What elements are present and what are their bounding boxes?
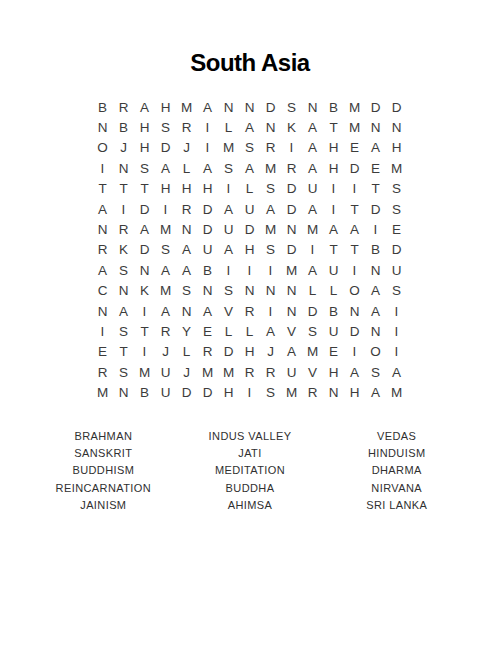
grid-cell[interactable]: I xyxy=(239,382,260,402)
grid-cell[interactable]: I xyxy=(302,240,323,260)
grid-cell[interactable]: A xyxy=(302,117,323,137)
grid-cell[interactable]: L xyxy=(176,158,197,178)
grid-cell[interactable]: U xyxy=(323,260,344,280)
grid-cell[interactable]: U xyxy=(281,362,302,382)
grid-cell[interactable]: B xyxy=(92,97,113,117)
grid-cell[interactable]: T xyxy=(113,342,134,362)
grid-cell[interactable]: D xyxy=(386,97,407,117)
grid-cell[interactable]: B xyxy=(113,117,134,137)
grid-cell[interactable]: H xyxy=(239,240,260,260)
grid-cell[interactable]: K xyxy=(113,240,134,260)
grid-cell[interactable]: S xyxy=(113,260,134,280)
grid-cell[interactable]: R xyxy=(176,117,197,137)
grid-cell[interactable]: I xyxy=(323,199,344,219)
word-list-item: BUDDHISM xyxy=(30,462,177,479)
grid-cell[interactable]: S xyxy=(302,321,323,341)
grid-cell[interactable]: T xyxy=(134,321,155,341)
grid-cell[interactable]: I xyxy=(218,179,239,199)
grid-cell[interactable]: I xyxy=(344,179,365,199)
grid-cell[interactable]: L xyxy=(218,117,239,137)
grid-cell[interactable]: I xyxy=(365,219,386,239)
grid-cell[interactable]: D xyxy=(197,382,218,402)
grid-cell[interactable]: I xyxy=(260,301,281,321)
grid-cell[interactable]: I xyxy=(134,301,155,321)
grid-cell[interactable]: A xyxy=(365,301,386,321)
grid-cell[interactable]: S xyxy=(176,281,197,301)
grid-cell[interactable]: H xyxy=(134,138,155,158)
grid-cell[interactable]: I xyxy=(155,199,176,219)
word-list-item: BUDDHA xyxy=(177,480,324,497)
grid-cell[interactable]: R xyxy=(113,97,134,117)
grid-cell[interactable]: D xyxy=(365,199,386,219)
grid-cell[interactable]: O xyxy=(365,342,386,362)
grid-cell[interactable]: D xyxy=(281,240,302,260)
grid-cell[interactable]: A xyxy=(155,301,176,321)
grid-cell[interactable]: D xyxy=(281,179,302,199)
grid-cell[interactable]: A xyxy=(302,260,323,280)
grid-cell[interactable]: I xyxy=(386,301,407,321)
grid-cell[interactable]: I xyxy=(323,179,344,199)
grid-cell[interactable]: A xyxy=(197,97,218,117)
grid-cell[interactable]: N xyxy=(197,281,218,301)
grid-cell[interactable]: R xyxy=(302,382,323,402)
grid-cell[interactable]: V xyxy=(302,362,323,382)
grid-cell[interactable]: S xyxy=(260,382,281,402)
grid-cell[interactable]: A xyxy=(92,260,113,280)
grid-cell[interactable]: M xyxy=(386,382,407,402)
grid-cell[interactable]: N xyxy=(113,382,134,402)
grid-cell[interactable]: S xyxy=(386,179,407,199)
grid-cell[interactable]: S xyxy=(218,281,239,301)
grid-cell[interactable]: A xyxy=(365,281,386,301)
grid-cell[interactable]: N xyxy=(113,281,134,301)
grid-cell[interactable]: D xyxy=(134,199,155,219)
grid-cell[interactable]: N xyxy=(365,321,386,341)
grid-cell[interactable]: N xyxy=(344,301,365,321)
grid-cell[interactable]: N xyxy=(281,281,302,301)
grid-cell[interactable]: A xyxy=(302,158,323,178)
grid-cell[interactable]: U xyxy=(386,260,407,280)
grid-cell[interactable]: N xyxy=(176,219,197,239)
grid-cell[interactable]: K xyxy=(134,281,155,301)
grid-cell[interactable]: H xyxy=(218,382,239,402)
grid-cell[interactable]: R xyxy=(155,321,176,341)
grid-cell[interactable]: A xyxy=(134,97,155,117)
word-search-page: South Asia BRAHMANNDSNBMDDNBHSRILANKATMN… xyxy=(0,0,500,647)
grid-cell[interactable]: T xyxy=(344,240,365,260)
grid-cell[interactable]: D xyxy=(239,219,260,239)
grid-cell[interactable]: M xyxy=(260,158,281,178)
grid-cell[interactable]: H xyxy=(239,342,260,362)
grid-cell[interactable]: S xyxy=(386,199,407,219)
grid-cell[interactable]: B xyxy=(134,382,155,402)
grid-cell[interactable]: R xyxy=(281,158,302,178)
grid-cell[interactable]: A xyxy=(239,117,260,137)
grid-cell[interactable]: I xyxy=(134,342,155,362)
grid-cell[interactable]: A xyxy=(260,321,281,341)
word-list-column: VEDASHINDUISMDHARMANIRVANASRI LANKA xyxy=(323,428,470,514)
grid-cell[interactable]: I xyxy=(386,321,407,341)
grid-cell[interactable]: S xyxy=(134,158,155,178)
grid-cell[interactable]: U xyxy=(323,321,344,341)
grid-cell[interactable]: H xyxy=(155,97,176,117)
grid-cell[interactable]: U xyxy=(218,219,239,239)
grid-cell[interactable]: S xyxy=(155,117,176,137)
grid-cell[interactable]: T xyxy=(113,179,134,199)
grid-cell[interactable]: A xyxy=(365,138,386,158)
grid-cell[interactable]: J xyxy=(113,138,134,158)
grid-cell[interactable]: R xyxy=(239,362,260,382)
grid-cell[interactable]: U xyxy=(239,199,260,219)
grid-cell[interactable]: A xyxy=(302,199,323,219)
grid-cell[interactable]: B xyxy=(323,301,344,321)
grid-cell[interactable]: M xyxy=(155,281,176,301)
grid-cell[interactable]: M xyxy=(155,219,176,239)
grid-cell[interactable]: D xyxy=(302,301,323,321)
grid-cell[interactable]: D xyxy=(344,158,365,178)
grid-cell[interactable]: A xyxy=(113,301,134,321)
grid-cell[interactable]: N xyxy=(260,281,281,301)
grid-cell[interactable]: I xyxy=(113,199,134,219)
grid-cell[interactable]: A xyxy=(386,362,407,382)
grid-cell[interactable]: M xyxy=(134,362,155,382)
grid-cell[interactable]: A xyxy=(155,158,176,178)
grid-cell[interactable]: M xyxy=(302,219,323,239)
grid-cell[interactable]: I xyxy=(239,260,260,280)
letter-grid: BRAHMANNDSNBMDDNBHSRILANKATMNNOJHDJIMSRI… xyxy=(92,97,407,403)
grid-cell[interactable]: J xyxy=(155,342,176,362)
word-list-item: REINCARNATION xyxy=(30,480,177,497)
grid-cell[interactable]: I xyxy=(260,260,281,280)
grid-cell[interactable]: U xyxy=(197,240,218,260)
grid-cell[interactable]: E xyxy=(197,321,218,341)
grid-cell[interactable]: A xyxy=(281,342,302,362)
grid-cell[interactable]: S xyxy=(113,321,134,341)
grid-cell[interactable]: M xyxy=(281,382,302,402)
grid-cell[interactable]: N xyxy=(176,301,197,321)
grid-cell[interactable]: R xyxy=(92,362,113,382)
grid-cell[interactable]: A xyxy=(134,219,155,239)
grid-cell[interactable]: M xyxy=(218,362,239,382)
grid-cell[interactable]: K xyxy=(281,117,302,137)
grid-cell[interactable]: J xyxy=(176,138,197,158)
grid-cell[interactable]: C xyxy=(92,281,113,301)
word-list-item: JATI xyxy=(177,445,324,462)
grid-cell[interactable]: A xyxy=(218,240,239,260)
word-list-item: SANSKRIT xyxy=(30,445,177,462)
grid-cell[interactable]: T xyxy=(134,179,155,199)
grid-cell[interactable]: D xyxy=(281,199,302,219)
grid-cell[interactable]: A xyxy=(197,158,218,178)
grid-cell[interactable]: A xyxy=(344,362,365,382)
grid-cell[interactable]: M xyxy=(281,260,302,280)
grid-cell[interactable]: A xyxy=(176,260,197,280)
grid-cell[interactable]: R xyxy=(260,138,281,158)
word-list-item: SRI LANKA xyxy=(323,497,470,514)
grid-cell[interactable]: H xyxy=(323,138,344,158)
grid-cell[interactable]: S xyxy=(239,138,260,158)
grid-cell[interactable]: D xyxy=(134,240,155,260)
grid-cell[interactable]: A xyxy=(323,219,344,239)
grid-cell[interactable]: J xyxy=(176,362,197,382)
grid-cell[interactable]: H xyxy=(344,382,365,402)
grid-cell[interactable]: N xyxy=(302,97,323,117)
grid-cell[interactable]: A xyxy=(176,240,197,260)
grid-cell[interactable]: L xyxy=(239,321,260,341)
grid-cell[interactable]: A xyxy=(239,158,260,178)
grid-cell[interactable]: N xyxy=(281,219,302,239)
grid-cell[interactable]: B xyxy=(197,260,218,280)
grid-cell[interactable]: N xyxy=(134,260,155,280)
grid-cell[interactable]: I xyxy=(218,260,239,280)
grid-cell[interactable]: L xyxy=(239,179,260,199)
grid-cell[interactable]: E xyxy=(344,138,365,158)
puzzle-title: South Asia xyxy=(0,51,500,75)
grid-cell[interactable]: R xyxy=(260,362,281,382)
grid-cell[interactable]: N xyxy=(260,117,281,137)
grid-cell[interactable]: I xyxy=(386,342,407,362)
grid-cell[interactable]: M xyxy=(344,117,365,137)
grid-cell[interactable]: M xyxy=(218,138,239,158)
word-list-column: BRAHMANSANSKRITBUDDHISMREINCARNATIONJAIN… xyxy=(30,428,177,514)
grid-cell[interactable]: D xyxy=(197,199,218,219)
word-list-item: AHIMSA xyxy=(177,497,324,514)
word-list-item: NIRVANA xyxy=(323,480,470,497)
grid-cell[interactable]: S xyxy=(260,240,281,260)
grid-cell[interactable]: E xyxy=(386,219,407,239)
grid-cell[interactable]: D xyxy=(197,219,218,239)
word-list-item: BRAHMAN xyxy=(30,428,177,445)
grid-cell[interactable]: H xyxy=(197,179,218,199)
grid-cell[interactable]: S xyxy=(218,158,239,178)
grid-cell[interactable]: I xyxy=(281,138,302,158)
grid-cell[interactable]: N xyxy=(92,301,113,321)
grid-cell[interactable]: N xyxy=(239,281,260,301)
grid-cell[interactable]: D xyxy=(260,97,281,117)
grid-cell[interactable]: N xyxy=(365,117,386,137)
grid-cell[interactable]: S xyxy=(155,240,176,260)
grid-cell[interactable]: M xyxy=(176,97,197,117)
grid-cell[interactable]: M xyxy=(344,97,365,117)
grid-cell[interactable]: T xyxy=(323,117,344,137)
grid-cell[interactable]: L xyxy=(218,321,239,341)
word-list-item: VEDAS xyxy=(323,428,470,445)
grid-cell[interactable]: H xyxy=(323,362,344,382)
grid-cell[interactable]: D xyxy=(176,382,197,402)
grid-cell[interactable]: J xyxy=(260,342,281,362)
grid-cell[interactable]: L xyxy=(323,281,344,301)
grid-cell[interactable]: A xyxy=(344,219,365,239)
grid-cell[interactable]: A xyxy=(155,260,176,280)
grid-cell[interactable]: R xyxy=(113,219,134,239)
grid-cell[interactable]: N xyxy=(92,117,113,137)
grid-cell[interactable]: I xyxy=(344,342,365,362)
grid-cell[interactable]: Y xyxy=(176,321,197,341)
grid-cell[interactable]: S xyxy=(386,281,407,301)
grid-cell[interactable]: N xyxy=(386,117,407,137)
grid-cell[interactable]: M xyxy=(92,382,113,402)
grid-cell[interactable]: T xyxy=(344,199,365,219)
grid-cell[interactable]: S xyxy=(281,97,302,117)
grid-cell[interactable]: U xyxy=(155,362,176,382)
grid-cell[interactable]: H xyxy=(176,179,197,199)
grid-cell[interactable]: A xyxy=(218,199,239,219)
grid-cell[interactable]: I xyxy=(344,260,365,280)
word-list-item: DHARMA xyxy=(323,462,470,479)
grid-cell[interactable]: O xyxy=(92,138,113,158)
grid-cell[interactable]: T xyxy=(92,179,113,199)
grid-cell[interactable]: O xyxy=(344,281,365,301)
grid-cell[interactable]: I xyxy=(92,321,113,341)
grid-cell[interactable]: A xyxy=(92,199,113,219)
grid-cell[interactable]: V xyxy=(281,321,302,341)
grid-cell[interactable]: N xyxy=(113,158,134,178)
grid-cell[interactable]: E xyxy=(365,158,386,178)
grid-cell[interactable]: N xyxy=(323,382,344,402)
grid-cell[interactable]: R xyxy=(92,240,113,260)
grid-cell[interactable]: A xyxy=(260,199,281,219)
grid-cell[interactable]: R xyxy=(197,342,218,362)
grid-cell[interactable]: I xyxy=(92,158,113,178)
grid-cell[interactable]: B xyxy=(323,97,344,117)
grid-cell[interactable]: I xyxy=(197,138,218,158)
grid-cell[interactable]: V xyxy=(218,301,239,321)
grid-cell[interactable]: A xyxy=(197,301,218,321)
grid-cell[interactable]: S xyxy=(365,362,386,382)
grid-cell[interactable]: D xyxy=(386,240,407,260)
grid-cell[interactable]: A xyxy=(302,138,323,158)
grid-cell[interactable]: E xyxy=(92,342,113,362)
grid-cell[interactable]: H xyxy=(155,179,176,199)
grid-cell[interactable]: M xyxy=(302,342,323,362)
grid-cell[interactable]: N xyxy=(218,97,239,117)
grid-cell[interactable]: M xyxy=(260,219,281,239)
grid-cell[interactable]: M xyxy=(386,158,407,178)
grid-cell[interactable]: A xyxy=(365,382,386,402)
word-list: BRAHMANSANSKRITBUDDHISMREINCARNATIONJAIN… xyxy=(30,428,470,514)
grid-cell[interactable]: M xyxy=(197,362,218,382)
grid-cell[interactable]: D xyxy=(365,97,386,117)
grid-cell[interactable]: N xyxy=(92,219,113,239)
grid-cell[interactable]: T xyxy=(365,179,386,199)
grid-cell[interactable]: T xyxy=(323,240,344,260)
grid-cell[interactable]: U xyxy=(302,179,323,199)
word-list-item: MEDITATION xyxy=(177,462,324,479)
grid-cell[interactable]: N xyxy=(365,260,386,280)
grid-cell[interactable]: L xyxy=(176,342,197,362)
word-list-item: HINDUISM xyxy=(323,445,470,462)
grid-cell[interactable]: S xyxy=(260,179,281,199)
grid-cell[interactable]: N xyxy=(239,97,260,117)
grid-cell[interactable]: D xyxy=(155,138,176,158)
grid-cell[interactable]: H xyxy=(386,138,407,158)
word-list-column: INDUS VALLEYJATIMEDITATIONBUDDHAAHIMSA xyxy=(177,428,324,514)
grid-cell[interactable]: S xyxy=(113,362,134,382)
grid-cell[interactable]: L xyxy=(302,281,323,301)
grid-cell[interactable]: N xyxy=(281,301,302,321)
grid-cell[interactable]: R xyxy=(176,199,197,219)
grid-cell[interactable]: H xyxy=(323,158,344,178)
word-list-item: INDUS VALLEY xyxy=(177,428,324,445)
word-list-item: JAINISM xyxy=(30,497,177,514)
grid-cell[interactable]: E xyxy=(323,342,344,362)
grid-cell[interactable]: U xyxy=(155,382,176,402)
grid-cell[interactable]: H xyxy=(134,117,155,137)
grid-cell[interactable]: B xyxy=(365,240,386,260)
grid-cell[interactable]: R xyxy=(239,301,260,321)
grid-cell[interactable]: D xyxy=(218,342,239,362)
grid-cell[interactable]: D xyxy=(344,321,365,341)
grid-cell[interactable]: I xyxy=(197,117,218,137)
